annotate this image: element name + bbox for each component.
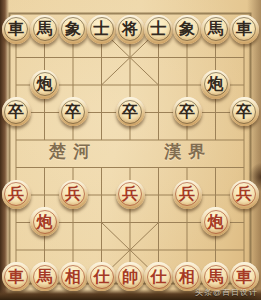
piece-red-soldier-3[interactable]: 兵 bbox=[116, 180, 145, 209]
piece-black-chariot-right[interactable]: 車 bbox=[230, 15, 259, 44]
piece-red-cannon-right[interactable]: 炮 bbox=[201, 207, 230, 236]
piece-red-horse-left[interactable]: 馬 bbox=[30, 262, 59, 291]
piece-black-advisor-right[interactable]: 士 bbox=[144, 15, 173, 44]
piece-black-advisor-left[interactable]: 士 bbox=[87, 15, 116, 44]
piece-black-soldier-4[interactable]: 卒 bbox=[173, 97, 202, 126]
piece-red-elephant-left[interactable]: 相 bbox=[59, 262, 88, 291]
piece-black-horse-left[interactable]: 馬 bbox=[30, 15, 59, 44]
piece-black-soldier-5[interactable]: 卒 bbox=[230, 97, 259, 126]
piece-black-soldier-3[interactable]: 卒 bbox=[116, 97, 145, 126]
piece-red-general[interactable]: 帥 bbox=[116, 262, 145, 291]
piece-black-elephant-right[interactable]: 象 bbox=[173, 15, 202, 44]
piece-black-horse-right[interactable]: 馬 bbox=[201, 15, 230, 44]
watermark: 头条@百日设计 bbox=[195, 287, 258, 298]
piece-red-advisor-right[interactable]: 仕 bbox=[144, 262, 173, 291]
piece-red-soldier-2[interactable]: 兵 bbox=[59, 180, 88, 209]
piece-red-soldier-5[interactable]: 兵 bbox=[230, 180, 259, 209]
piece-black-cannon-right[interactable]: 炮 bbox=[201, 70, 230, 99]
piece-black-soldier-1[interactable]: 卒 bbox=[2, 97, 31, 126]
xiangqi-board: 楚河 漢界 車馬象士将士象馬車炮炮卒卒卒卒卒兵兵兵兵兵炮炮車馬相仕帥仕相馬車 头… bbox=[0, 0, 261, 300]
piece-red-soldier-1[interactable]: 兵 bbox=[2, 180, 31, 209]
piece-black-soldier-2[interactable]: 卒 bbox=[59, 97, 88, 126]
piece-red-advisor-left[interactable]: 仕 bbox=[87, 262, 116, 291]
piece-black-chariot-left[interactable]: 車 bbox=[2, 15, 31, 44]
piece-black-general[interactable]: 将 bbox=[116, 15, 145, 44]
piece-red-cannon-left[interactable]: 炮 bbox=[30, 207, 59, 236]
piece-red-soldier-4[interactable]: 兵 bbox=[173, 180, 202, 209]
piece-red-chariot-left[interactable]: 車 bbox=[2, 262, 31, 291]
pieces-grid: 車馬象士将士象馬車炮炮卒卒卒卒卒兵兵兵兵兵炮炮車馬相仕帥仕相馬車 bbox=[2, 16, 259, 291]
piece-black-cannon-left[interactable]: 炮 bbox=[30, 70, 59, 99]
piece-black-elephant-left[interactable]: 象 bbox=[59, 15, 88, 44]
